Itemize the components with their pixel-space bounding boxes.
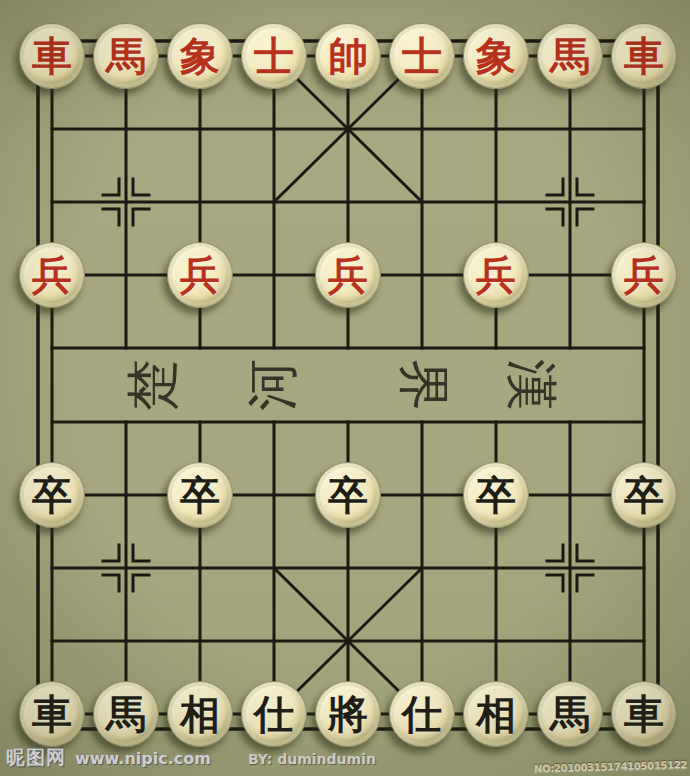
piece-red-pawn[interactable]: 兵 [19, 242, 85, 308]
author-credit: BY: dumindumin [248, 751, 376, 767]
piece-black-pawn[interactable]: 卒 [463, 462, 529, 528]
piece-character: 車 [624, 36, 664, 76]
piece-character: 卒 [328, 475, 368, 515]
piece-character: 象 [476, 36, 516, 76]
piece-black-horse[interactable]: 馬 [93, 681, 159, 747]
piece-character: 兵 [328, 255, 368, 295]
piece-red-advisor[interactable]: 士 [241, 23, 307, 89]
piece-black-chariot[interactable]: 車 [19, 681, 85, 747]
piece-black-general[interactable]: 將 [315, 681, 381, 747]
piece-red-advisor[interactable]: 士 [389, 23, 455, 89]
piece-black-pawn[interactable]: 卒 [167, 462, 233, 528]
watermark-left: 昵图网 www.nipic.com BY: dumindumin [6, 745, 376, 771]
river-char: 河 [240, 353, 304, 417]
piece-character: 士 [402, 36, 442, 76]
river-char: 楚 [120, 353, 184, 417]
piece-black-pawn[interactable]: 卒 [611, 462, 677, 528]
piece-character: 車 [32, 36, 72, 76]
piece-red-horse[interactable]: 馬 [537, 23, 603, 89]
piece-red-pawn[interactable]: 兵 [315, 242, 381, 308]
piece-character: 卒 [476, 475, 516, 515]
piece-red-elephant[interactable]: 象 [463, 23, 529, 89]
piece-character: 兵 [624, 255, 664, 295]
piece-character: 仕 [402, 694, 442, 734]
piece-character: 兵 [180, 255, 220, 295]
piece-character: 相 [476, 694, 516, 734]
piece-black-chariot[interactable]: 車 [611, 681, 677, 747]
piece-character: 卒 [624, 475, 664, 515]
piece-black-elephant[interactable]: 相 [167, 681, 233, 747]
piece-character: 卒 [180, 475, 220, 515]
xiangqi-board: 楚 河 界 漢 車馬象士帥士象馬車兵兵兵兵兵卒卒卒卒卒車馬相仕將仕相馬車 昵图网… [0, 0, 690, 776]
piece-black-advisor[interactable]: 仕 [389, 681, 455, 747]
piece-black-elephant[interactable]: 相 [463, 681, 529, 747]
piece-character: 兵 [32, 255, 72, 295]
piece-character: 兵 [476, 255, 516, 295]
piece-character: 仕 [254, 694, 294, 734]
piece-red-chariot[interactable]: 車 [611, 23, 677, 89]
piece-red-pawn[interactable]: 兵 [611, 242, 677, 308]
river-char: 漢 [500, 353, 564, 417]
piece-character: 將 [328, 694, 368, 734]
piece-character: 士 [254, 36, 294, 76]
piece-character: 馬 [106, 694, 146, 734]
piece-character: 馬 [550, 36, 590, 76]
piece-red-pawn[interactable]: 兵 [463, 242, 529, 308]
board-grid-lines [0, 0, 690, 776]
site-url: www.nipic.com [75, 749, 211, 768]
piece-character: 馬 [550, 694, 590, 734]
site-logo: 昵图网 [6, 745, 66, 771]
piece-black-horse[interactable]: 馬 [537, 681, 603, 747]
piece-character: 相 [180, 694, 220, 734]
piece-character: 車 [624, 694, 664, 734]
piece-character: 馬 [106, 36, 146, 76]
piece-red-horse[interactable]: 馬 [93, 23, 159, 89]
piece-red-pawn[interactable]: 兵 [167, 242, 233, 308]
piece-character: 車 [32, 694, 72, 734]
piece-character: 帥 [328, 36, 368, 76]
piece-black-advisor[interactable]: 仕 [241, 681, 307, 747]
piece-character: 卒 [32, 475, 72, 515]
piece-character: 象 [180, 36, 220, 76]
piece-black-pawn[interactable]: 卒 [19, 462, 85, 528]
piece-black-pawn[interactable]: 卒 [315, 462, 381, 528]
piece-red-general[interactable]: 帥 [315, 23, 381, 89]
piece-red-elephant[interactable]: 象 [167, 23, 233, 89]
river-char: 界 [392, 353, 456, 417]
piece-red-chariot[interactable]: 車 [19, 23, 85, 89]
